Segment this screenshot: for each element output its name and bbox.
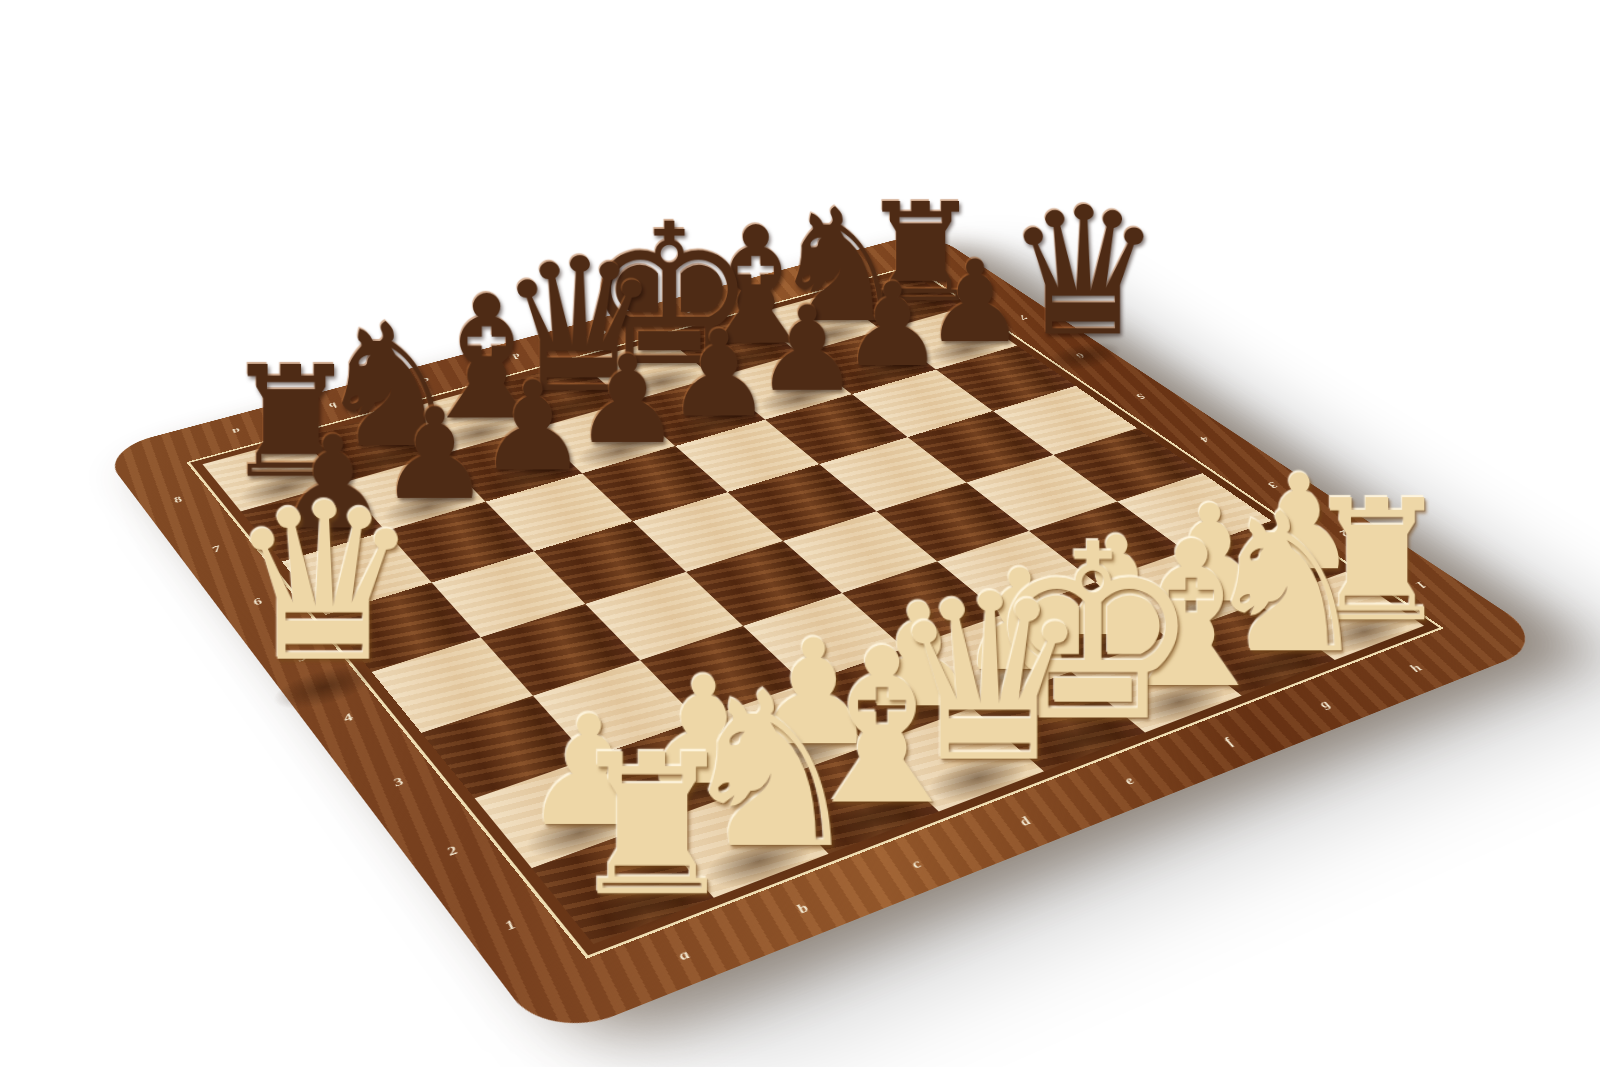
file-label-bottom-f: f xyxy=(1220,735,1238,747)
file-label-bottom-d: d xyxy=(1015,814,1035,828)
chess-board: ♜♞♝♛♚♝♞♜♟♟♟♟♟♟♟♟♟♟♟♟♟♟♟♟♜♞♝♛♚♝♞♜ 88aa77b… xyxy=(100,231,1551,1043)
board-frame: ♜♞♝♛♚♝♞♜♟♟♟♟♟♟♟♟♟♟♟♟♟♟♟♟♜♞♝♛♚♝♞♜ 88aa77b… xyxy=(100,231,1551,1043)
file-label-bottom-g: g xyxy=(1314,698,1334,711)
black-queen-glyph: ♛ xyxy=(1004,188,1163,356)
rank-label-left-4: 4 xyxy=(340,711,356,724)
file-label-bottom-e: e xyxy=(1119,774,1138,787)
file-label-bottom-b: b xyxy=(793,901,813,917)
white-queen-glyph: ♛ xyxy=(227,480,422,687)
white-rook-glyph: ♜ xyxy=(565,733,740,918)
rank-label-left-3: 3 xyxy=(390,775,407,789)
file-label-bottom-c: c xyxy=(907,857,926,872)
file-label-bottom-h: h xyxy=(1406,662,1427,674)
photo-background: ♜♞♝♛♚♝♞♜♟♟♟♟♟♟♟♟♟♟♟♟♟♟♟♟♜♞♝♛♚♝♞♜ 88aa77b… xyxy=(0,0,1600,1067)
black-pawn-glyph: ♟ xyxy=(573,343,682,458)
rank-label-left-2: 2 xyxy=(443,843,461,858)
rank-label-left-1: 1 xyxy=(501,917,520,933)
file-label-bottom-a: a xyxy=(674,947,694,963)
rank-label-left-8: 8 xyxy=(171,495,185,505)
black-pawn-glyph: ♟ xyxy=(477,368,588,485)
rank-label-right-4: 4 xyxy=(1196,434,1213,443)
rank-label-right-5: 5 xyxy=(1132,392,1148,401)
rank-label-left-7: 7 xyxy=(209,544,223,554)
